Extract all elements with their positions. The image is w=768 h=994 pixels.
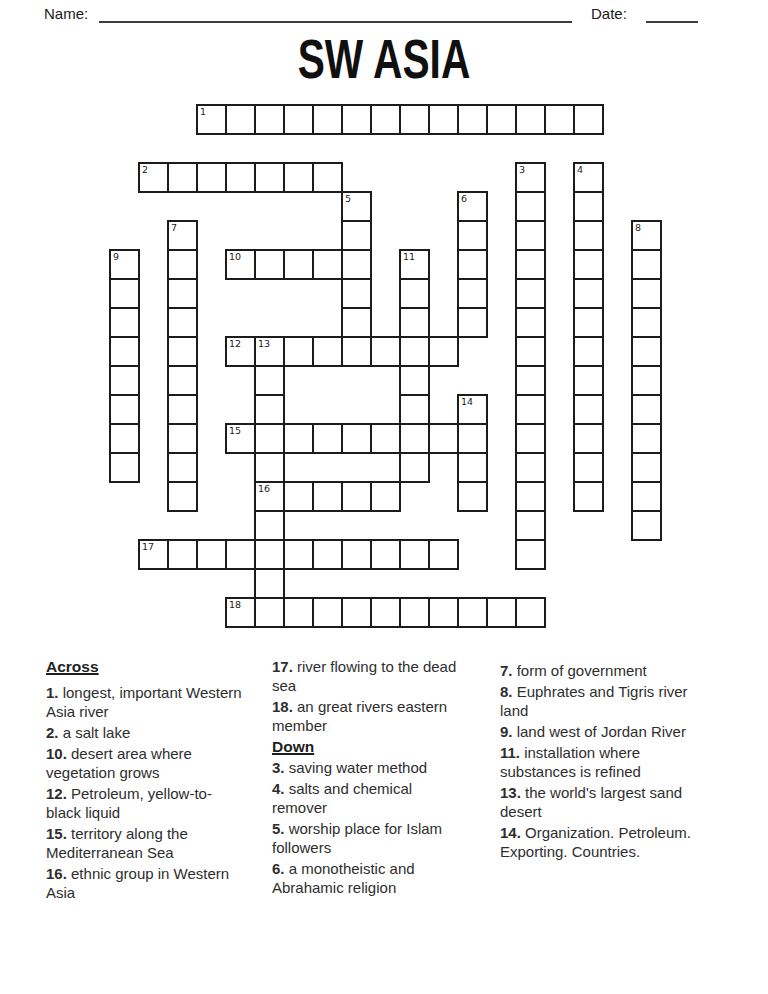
cell-r5c6[interactable] xyxy=(283,249,314,280)
cell-r6c0[interactable] xyxy=(109,278,140,309)
clue-5-down: 5. worship place for Islam followers xyxy=(272,819,468,857)
clue-number-9: 9 xyxy=(113,251,119,262)
cell-r4c8[interactable] xyxy=(341,220,372,251)
cell-r0c7[interactable] xyxy=(312,104,343,135)
cell-r11c5[interactable] xyxy=(254,423,285,454)
cell-r17c12[interactable] xyxy=(457,597,488,628)
cell-r5c5[interactable] xyxy=(254,249,285,280)
cell-r4c18[interactable]: 8 xyxy=(631,220,662,251)
cell-r0c3[interactable]: 1 xyxy=(196,104,227,135)
clue-number-11: 11 xyxy=(403,251,415,262)
cell-r2c1[interactable]: 2 xyxy=(138,162,169,193)
clue-number-17: 17 xyxy=(142,541,154,552)
cell-r8c8[interactable] xyxy=(341,336,372,367)
cell-r3c8[interactable]: 5 xyxy=(341,191,372,222)
cell-r13c5[interactable]: 16 xyxy=(254,481,285,512)
cell-r13c9[interactable] xyxy=(370,481,401,512)
cell-r2c7[interactable] xyxy=(312,162,343,193)
cell-r17c4[interactable]: 18 xyxy=(225,597,256,628)
cell-r17c10[interactable] xyxy=(399,597,430,628)
clue-number-2: 2 xyxy=(142,164,148,175)
cell-r10c12[interactable]: 14 xyxy=(457,394,488,425)
cell-r15c9[interactable] xyxy=(370,539,401,570)
cell-r15c7[interactable] xyxy=(312,539,343,570)
clue-16-across: 16. ethnic group in Western Asia xyxy=(46,864,242,902)
cell-r11c0[interactable] xyxy=(109,423,140,454)
clue-number-14: 14 xyxy=(461,396,473,407)
cell-r8c0[interactable] xyxy=(109,336,140,367)
clue-number-4: 4 xyxy=(577,164,583,175)
cell-r4c2[interactable]: 7 xyxy=(167,220,198,251)
cell-r3c16[interactable] xyxy=(573,191,604,222)
cell-r13c6[interactable] xyxy=(283,481,314,512)
clue-9-down: 9. land west of Jordan River xyxy=(500,722,696,741)
clues-column-2: 17. river flowing to the dead sea18. an … xyxy=(272,657,468,899)
cell-r6c2[interactable] xyxy=(167,278,198,309)
cell-r2c5[interactable] xyxy=(254,162,285,193)
cell-r14c5[interactable] xyxy=(254,510,285,541)
clue-2-across: 2. a salt lake xyxy=(46,723,242,742)
cell-r0c12[interactable] xyxy=(457,104,488,135)
cell-r11c18[interactable] xyxy=(631,423,662,454)
clue-6-down: 6. a monotheistic and Abrahamic religion xyxy=(272,859,468,897)
cell-r9c14[interactable] xyxy=(515,365,546,396)
clue-14-down: 14. Organization. Petroleum. Exporting. … xyxy=(500,823,696,861)
cell-r4c14[interactable] xyxy=(515,220,546,251)
cell-r12c18[interactable] xyxy=(631,452,662,483)
cell-r17c6[interactable] xyxy=(283,597,314,628)
cell-r17c11[interactable] xyxy=(428,597,459,628)
cell-r15c3[interactable] xyxy=(196,539,227,570)
clue-4-down: 4. salts and chemical remover xyxy=(272,779,468,817)
cell-r13c8[interactable] xyxy=(341,481,372,512)
cell-r5c4[interactable]: 10 xyxy=(225,249,256,280)
cell-r9c16[interactable] xyxy=(573,365,604,396)
cell-r8c5[interactable]: 13 xyxy=(254,336,285,367)
cell-r3c14[interactable] xyxy=(515,191,546,222)
cell-r9c0[interactable] xyxy=(109,365,140,396)
cell-r17c5[interactable] xyxy=(254,597,285,628)
cell-r7c14[interactable] xyxy=(515,307,546,338)
clue-number-16: 16 xyxy=(258,483,270,494)
cell-r17c14[interactable] xyxy=(515,597,546,628)
cell-r4c16[interactable] xyxy=(573,220,604,251)
cell-r12c2[interactable] xyxy=(167,452,198,483)
cell-r8c16[interactable] xyxy=(573,336,604,367)
cell-r5c16[interactable] xyxy=(573,249,604,280)
clue-8-down: 8. Euphrates and Tigris river land xyxy=(500,682,696,720)
cell-r0c9[interactable] xyxy=(370,104,401,135)
cell-r2c6[interactable] xyxy=(283,162,314,193)
cell-r11c9[interactable] xyxy=(370,423,401,454)
cell-r0c16[interactable] xyxy=(573,104,604,135)
cell-r5c7[interactable] xyxy=(312,249,343,280)
cell-r8c11[interactable] xyxy=(428,336,459,367)
cell-r16c5[interactable] xyxy=(254,568,285,599)
cell-r2c4[interactable] xyxy=(225,162,256,193)
cell-r10c14[interactable] xyxy=(515,394,546,425)
cell-r12c0[interactable] xyxy=(109,452,140,483)
clue-number-10: 10 xyxy=(229,251,241,262)
cell-r11c12[interactable] xyxy=(457,423,488,454)
cell-r12c5[interactable] xyxy=(254,452,285,483)
cell-r11c16[interactable] xyxy=(573,423,604,454)
cell-r8c2[interactable] xyxy=(167,336,198,367)
cell-r15c10[interactable] xyxy=(399,539,430,570)
across-heading: Across xyxy=(46,657,242,676)
cell-r0c11[interactable] xyxy=(428,104,459,135)
cell-r15c5[interactable] xyxy=(254,539,285,570)
clue-number-8: 8 xyxy=(635,222,641,233)
cell-r6c18[interactable] xyxy=(631,278,662,309)
clue-1-across: 1. longest, important Western Asia river xyxy=(46,683,242,721)
cell-r7c2[interactable] xyxy=(167,307,198,338)
cell-r10c0[interactable] xyxy=(109,394,140,425)
cell-r13c14[interactable] xyxy=(515,481,546,512)
cell-r5c2[interactable] xyxy=(167,249,198,280)
cell-r11c7[interactable] xyxy=(312,423,343,454)
cell-r11c14[interactable] xyxy=(515,423,546,454)
cell-r15c14[interactable] xyxy=(515,539,546,570)
cell-r2c16[interactable]: 4 xyxy=(573,162,604,193)
cell-r14c18[interactable] xyxy=(631,510,662,541)
clue-17-across: 17. river flowing to the dead sea xyxy=(272,657,468,695)
cell-r10c16[interactable] xyxy=(573,394,604,425)
cell-r2c2[interactable] xyxy=(167,162,198,193)
clue-number-18: 18 xyxy=(229,599,241,610)
cell-r5c8[interactable] xyxy=(341,249,372,280)
cell-r8c7[interactable] xyxy=(312,336,343,367)
cell-r10c5[interactable] xyxy=(254,394,285,425)
clue-number-15: 15 xyxy=(229,425,241,436)
cell-r17c7[interactable] xyxy=(312,597,343,628)
cell-r15c6[interactable] xyxy=(283,539,314,570)
clue-11-down: 11. installation where substances is ref… xyxy=(500,743,696,781)
cell-r7c16[interactable] xyxy=(573,307,604,338)
clue-number-12: 12 xyxy=(229,338,241,349)
clues-column-1: Across1. longest, important Western Asia… xyxy=(46,657,242,904)
cell-r0c8[interactable] xyxy=(341,104,372,135)
cell-r13c16[interactable] xyxy=(573,481,604,512)
cell-r0c15[interactable] xyxy=(544,104,575,135)
cell-r11c10[interactable] xyxy=(399,423,430,454)
cell-r11c11[interactable] xyxy=(428,423,459,454)
cell-r6c16[interactable] xyxy=(573,278,604,309)
cell-r8c14[interactable] xyxy=(515,336,546,367)
cell-r0c14[interactable] xyxy=(515,104,546,135)
cell-r8c6[interactable] xyxy=(283,336,314,367)
cell-r5c10[interactable]: 11 xyxy=(399,249,430,280)
cell-r13c18[interactable] xyxy=(631,481,662,512)
cell-r7c18[interactable] xyxy=(631,307,662,338)
clue-3-down: 3. saving water method xyxy=(272,758,468,777)
cell-r8c18[interactable] xyxy=(631,336,662,367)
cell-r0c4[interactable] xyxy=(225,104,256,135)
cell-r11c2[interactable] xyxy=(167,423,198,454)
crossword-grid: 123456789101112131415161718 xyxy=(0,0,768,640)
cell-r5c14[interactable] xyxy=(515,249,546,280)
cell-r8c9[interactable] xyxy=(370,336,401,367)
cell-r15c8[interactable] xyxy=(341,539,372,570)
cell-r6c10[interactable] xyxy=(399,278,430,309)
cell-r12c16[interactable] xyxy=(573,452,604,483)
cell-r9c2[interactable] xyxy=(167,365,198,396)
cell-r5c18[interactable] xyxy=(631,249,662,280)
cell-r17c13[interactable] xyxy=(486,597,517,628)
cell-r15c2[interactable] xyxy=(167,539,198,570)
cell-r6c14[interactable] xyxy=(515,278,546,309)
cell-r14c14[interactable] xyxy=(515,510,546,541)
cell-r15c4[interactable] xyxy=(225,539,256,570)
clue-number-13: 13 xyxy=(258,338,270,349)
cell-r11c8[interactable] xyxy=(341,423,372,454)
cell-r0c10[interactable] xyxy=(399,104,430,135)
cell-r7c8[interactable] xyxy=(341,307,372,338)
cell-r17c8[interactable] xyxy=(341,597,372,628)
cell-r17c9[interactable] xyxy=(370,597,401,628)
cell-r4c12[interactable] xyxy=(457,220,488,251)
cell-r8c10[interactable] xyxy=(399,336,430,367)
cell-r11c4[interactable]: 15 xyxy=(225,423,256,454)
cell-r3c12[interactable]: 6 xyxy=(457,191,488,222)
cell-r12c12[interactable] xyxy=(457,452,488,483)
cell-r5c0[interactable]: 9 xyxy=(109,249,140,280)
cell-r0c6[interactable] xyxy=(283,104,314,135)
cell-r11c6[interactable] xyxy=(283,423,314,454)
cell-r13c7[interactable] xyxy=(312,481,343,512)
clue-number-6: 6 xyxy=(461,193,467,204)
cell-r12c10[interactable] xyxy=(399,452,430,483)
cell-r2c14[interactable]: 3 xyxy=(515,162,546,193)
cell-r7c0[interactable] xyxy=(109,307,140,338)
clue-number-3: 3 xyxy=(519,164,525,175)
cell-r9c5[interactable] xyxy=(254,365,285,396)
cell-r6c12[interactable] xyxy=(457,278,488,309)
cell-r0c13[interactable] xyxy=(486,104,517,135)
cell-r7c12[interactable] xyxy=(457,307,488,338)
clue-13-down: 13. the world's largest sand desert xyxy=(500,783,696,821)
cell-r0c5[interactable] xyxy=(254,104,285,135)
clue-15-across: 15. territory along the Mediterranean Se… xyxy=(46,824,242,862)
cell-r10c10[interactable] xyxy=(399,394,430,425)
cell-r15c1[interactable]: 17 xyxy=(138,539,169,570)
clue-number-7: 7 xyxy=(171,222,177,233)
cell-r12c14[interactable] xyxy=(515,452,546,483)
cell-r15c11[interactable] xyxy=(428,539,459,570)
clue-7-down: 7. form of government xyxy=(500,661,696,680)
cell-r9c10[interactable] xyxy=(399,365,430,396)
cell-r8c4[interactable]: 12 xyxy=(225,336,256,367)
cell-r2c3[interactable] xyxy=(196,162,227,193)
clue-18-across: 18. an great rivers eastern member xyxy=(272,697,468,735)
cell-r6c8[interactable] xyxy=(341,278,372,309)
clue-number-1: 1 xyxy=(200,106,206,117)
clue-12-across: 12. Petroleum, yellow-to-black liquid xyxy=(46,784,242,822)
clue-number-5: 5 xyxy=(345,193,351,204)
cell-r10c2[interactable] xyxy=(167,394,198,425)
cell-r9c18[interactable] xyxy=(631,365,662,396)
cell-r5c12[interactable] xyxy=(457,249,488,280)
down-heading: Down xyxy=(272,737,468,756)
clue-10-across: 10. desert area where vegetation grows xyxy=(46,744,242,782)
clues-column-3: 7. form of government8. Euphrates and Ti… xyxy=(500,661,696,863)
cell-r13c2[interactable] xyxy=(167,481,198,512)
cell-r7c10[interactable] xyxy=(399,307,430,338)
cell-r10c18[interactable] xyxy=(631,394,662,425)
cell-r13c12[interactable] xyxy=(457,481,488,512)
